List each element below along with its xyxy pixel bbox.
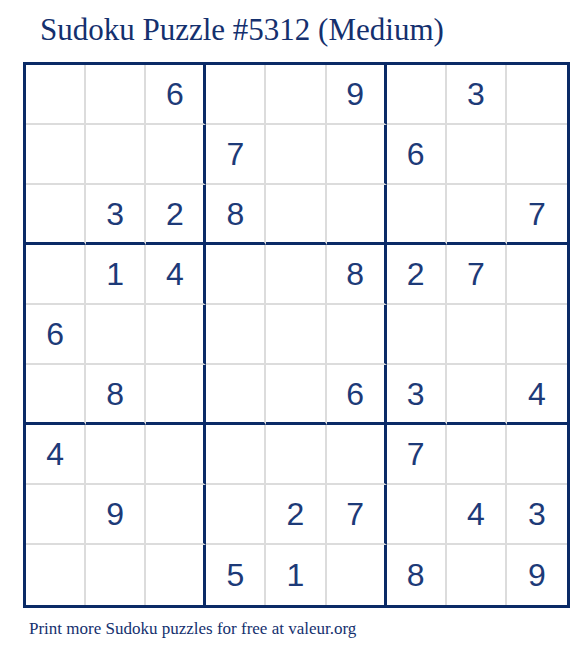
cell-r1c5-empty xyxy=(266,65,326,125)
cell-r4c4-empty xyxy=(206,245,266,305)
cell-r1c1-empty xyxy=(26,65,86,125)
cell-r1c7-empty xyxy=(387,65,447,125)
cell-r6c6-given: 6 xyxy=(327,365,387,425)
cell-r5c4-empty xyxy=(206,305,266,365)
cell-r8c8-given: 4 xyxy=(447,485,507,545)
cell-r3c6-empty xyxy=(327,185,387,245)
cell-r8c1-empty xyxy=(26,485,86,545)
cell-r4c6-given: 8 xyxy=(327,245,387,305)
sudoku-board: 693763287148276863447927435189 xyxy=(23,62,570,608)
cell-r5c9-empty xyxy=(507,305,567,365)
cell-r2c1-empty xyxy=(26,125,86,185)
cell-r4c1-empty xyxy=(26,245,86,305)
cell-r2c9-empty xyxy=(507,125,567,185)
cell-r2c3-empty xyxy=(146,125,206,185)
cell-r9c6-empty xyxy=(327,545,387,605)
cell-r9c1-empty xyxy=(26,545,86,605)
cell-r3c2-given: 3 xyxy=(86,185,146,245)
cell-r8c3-empty xyxy=(146,485,206,545)
cell-r4c3-given: 4 xyxy=(146,245,206,305)
cell-r5c2-empty xyxy=(86,305,146,365)
cell-r3c4-given: 8 xyxy=(206,185,266,245)
sudoku-page: Sudoku Puzzle #5312 (Medium) 69376328714… xyxy=(0,0,574,651)
cell-r3c8-empty xyxy=(447,185,507,245)
cell-r7c5-empty xyxy=(266,425,326,485)
cell-r3c9-given: 7 xyxy=(507,185,567,245)
cell-r6c2-given: 8 xyxy=(86,365,146,425)
footer-text: Print more Sudoku puzzles for free at va… xyxy=(29,619,356,639)
cell-r4c2-given: 1 xyxy=(86,245,146,305)
cell-r5c7-empty xyxy=(387,305,447,365)
cell-r5c8-empty xyxy=(447,305,507,365)
cell-r8c5-given: 2 xyxy=(266,485,326,545)
cell-r8c2-given: 9 xyxy=(86,485,146,545)
cell-r4c9-empty xyxy=(507,245,567,305)
cell-r3c7-empty xyxy=(387,185,447,245)
cell-r3c3-given: 2 xyxy=(146,185,206,245)
cell-r9c9-given: 9 xyxy=(507,545,567,605)
cell-r1c2-empty xyxy=(86,65,146,125)
cell-r1c6-given: 9 xyxy=(327,65,387,125)
cell-r5c3-empty xyxy=(146,305,206,365)
page-title: Sudoku Puzzle #5312 (Medium) xyxy=(40,12,444,48)
cell-r6c4-empty xyxy=(206,365,266,425)
cell-r2c5-empty xyxy=(266,125,326,185)
cell-r1c3-given: 6 xyxy=(146,65,206,125)
cell-r1c8-given: 3 xyxy=(447,65,507,125)
cell-r9c3-empty xyxy=(146,545,206,605)
cell-r7c9-empty xyxy=(507,425,567,485)
cell-r8c4-empty xyxy=(206,485,266,545)
cell-r7c3-empty xyxy=(146,425,206,485)
cell-r8c9-given: 3 xyxy=(507,485,567,545)
cell-r8c7-empty xyxy=(387,485,447,545)
cell-r9c4-given: 5 xyxy=(206,545,266,605)
cell-r2c6-empty xyxy=(327,125,387,185)
cell-r7c6-empty xyxy=(327,425,387,485)
cell-r3c1-empty xyxy=(26,185,86,245)
cell-r2c8-empty xyxy=(447,125,507,185)
cell-r6c7-given: 3 xyxy=(387,365,447,425)
cell-r2c7-given: 6 xyxy=(387,125,447,185)
cell-r7c1-given: 4 xyxy=(26,425,86,485)
cell-r1c9-empty xyxy=(507,65,567,125)
cell-r9c2-empty xyxy=(86,545,146,605)
cell-r4c5-empty xyxy=(266,245,326,305)
cell-r6c3-empty xyxy=(146,365,206,425)
cell-r9c5-given: 1 xyxy=(266,545,326,605)
cell-r6c1-empty xyxy=(26,365,86,425)
cell-r7c8-empty xyxy=(447,425,507,485)
cell-r5c6-empty xyxy=(327,305,387,365)
cell-r7c2-empty xyxy=(86,425,146,485)
cell-r8c6-given: 7 xyxy=(327,485,387,545)
cell-r2c4-given: 7 xyxy=(206,125,266,185)
cell-r7c4-empty xyxy=(206,425,266,485)
cell-r2c2-empty xyxy=(86,125,146,185)
cell-r9c7-given: 8 xyxy=(387,545,447,605)
cell-r5c1-given: 6 xyxy=(26,305,86,365)
cell-r7c7-given: 7 xyxy=(387,425,447,485)
cell-r6c5-empty xyxy=(266,365,326,425)
cell-r9c8-empty xyxy=(447,545,507,605)
cell-r6c9-given: 4 xyxy=(507,365,567,425)
cell-r5c5-empty xyxy=(266,305,326,365)
cell-r1c4-empty xyxy=(206,65,266,125)
cell-r3c5-empty xyxy=(266,185,326,245)
cell-r4c7-given: 2 xyxy=(387,245,447,305)
cell-r6c8-empty xyxy=(447,365,507,425)
cell-r4c8-given: 7 xyxy=(447,245,507,305)
